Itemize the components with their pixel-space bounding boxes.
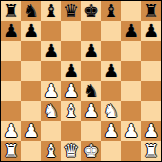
piece-white-pawn-e3: ♟ [83,101,99,121]
square-h8[interactable]: ♜ [141,1,161,21]
square-a4[interactable] [1,81,21,101]
square-c7[interactable] [41,21,61,41]
square-g6[interactable] [121,41,141,61]
square-b1[interactable] [21,141,41,161]
piece-black-pawn-c6: ♟ [43,41,59,61]
square-b3[interactable] [21,101,41,121]
square-d3[interactable]: ♝ [61,101,81,121]
square-c1[interactable]: ♝ [41,141,61,161]
square-f3[interactable]: ♞ [101,101,121,121]
square-f2[interactable]: ♟ [101,121,121,141]
square-g8[interactable] [121,1,141,21]
square-d8[interactable]: ♛ [61,1,81,21]
piece-black-pawn-b7: ♟ [23,21,39,41]
square-c8[interactable]: ♝ [41,1,61,21]
piece-black-knight-b8: ♞ [23,1,39,21]
square-d5[interactable]: ♟ [61,61,81,81]
piece-white-king-e1: ♚ [83,141,99,161]
square-d2[interactable] [61,121,81,141]
square-b4[interactable] [21,81,41,101]
square-b5[interactable] [21,61,41,81]
piece-white-pawn-h2: ♟ [143,121,159,141]
square-g2[interactable]: ♟ [121,121,141,141]
piece-white-pawn-f2: ♟ [103,121,119,141]
square-d1[interactable]: ♛ [61,141,81,161]
square-e5[interactable] [81,61,101,81]
square-c3[interactable]: ♞ [41,101,61,121]
piece-black-pawn-g7: ♟ [123,21,139,41]
square-a3[interactable] [1,101,21,121]
piece-black-bishop-c8: ♝ [43,1,59,21]
piece-white-pawn-g2: ♟ [123,121,139,141]
square-f4[interactable] [101,81,121,101]
piece-black-pawn-f5: ♟ [103,61,119,81]
piece-white-rook-h1: ♜ [143,141,159,161]
square-d4[interactable]: ♟ [61,81,81,101]
square-c2[interactable] [41,121,61,141]
square-a1[interactable]: ♜ [1,141,21,161]
square-h5[interactable] [141,61,161,81]
square-f6[interactable] [101,41,121,61]
square-g5[interactable] [121,61,141,81]
square-e8[interactable]: ♚ [81,1,101,21]
piece-white-pawn-b2: ♟ [23,121,39,141]
chess-board-frame: ♜♞♝♛♚♝♜♟♟♟♟♟♟♟♟♟♟♞♞♝♟♞♟♟♟♟♟♜♝♛♚♜ [0,0,162,162]
square-h2[interactable]: ♟ [141,121,161,141]
square-e4[interactable]: ♞ [81,81,101,101]
square-c4[interactable]: ♟ [41,81,61,101]
piece-black-pawn-d5: ♟ [63,61,79,81]
chess-board: ♜♞♝♛♚♝♜♟♟♟♟♟♟♟♟♟♟♞♞♝♟♞♟♟♟♟♟♜♝♛♚♜ [1,1,161,161]
piece-white-knight-f3: ♞ [103,101,119,121]
square-a7[interactable]: ♟ [1,21,21,41]
square-b6[interactable] [21,41,41,61]
piece-black-pawn-e6: ♟ [83,41,99,61]
piece-white-pawn-a2: ♟ [3,121,19,141]
square-h6[interactable] [141,41,161,61]
square-h3[interactable] [141,101,161,121]
piece-white-bishop-c1: ♝ [43,141,59,161]
piece-white-bishop-d3: ♝ [63,101,79,121]
square-h4[interactable] [141,81,161,101]
square-h7[interactable]: ♟ [141,21,161,41]
piece-white-pawn-c4: ♟ [43,81,59,101]
square-d6[interactable] [61,41,81,61]
piece-black-bishop-f8: ♝ [103,1,119,21]
piece-black-king-e8: ♚ [83,1,99,21]
square-a6[interactable] [1,41,21,61]
square-b8[interactable]: ♞ [21,1,41,21]
square-a8[interactable]: ♜ [1,1,21,21]
square-g4[interactable] [121,81,141,101]
square-e7[interactable] [81,21,101,41]
piece-white-rook-a1: ♜ [3,141,19,161]
piece-white-knight-c3: ♞ [43,101,59,121]
square-e3[interactable]: ♟ [81,101,101,121]
square-c6[interactable]: ♟ [41,41,61,61]
piece-black-pawn-h7: ♟ [143,21,159,41]
piece-black-rook-a8: ♜ [3,1,19,21]
square-a5[interactable] [1,61,21,81]
piece-white-queen-d1: ♛ [63,141,79,161]
piece-white-pawn-d4: ♟ [63,81,79,101]
square-f7[interactable] [101,21,121,41]
square-b2[interactable]: ♟ [21,121,41,141]
piece-black-rook-h8: ♜ [143,1,159,21]
square-f1[interactable] [101,141,121,161]
square-f5[interactable]: ♟ [101,61,121,81]
square-a2[interactable]: ♟ [1,121,21,141]
square-g1[interactable] [121,141,141,161]
piece-black-pawn-a7: ♟ [3,21,19,41]
square-h1[interactable]: ♜ [141,141,161,161]
square-f8[interactable]: ♝ [101,1,121,21]
square-e6[interactable]: ♟ [81,41,101,61]
piece-black-queen-d8: ♛ [63,1,79,21]
piece-black-knight-e4: ♞ [83,81,99,101]
square-b7[interactable]: ♟ [21,21,41,41]
square-g7[interactable]: ♟ [121,21,141,41]
square-g3[interactable] [121,101,141,121]
square-c5[interactable] [41,61,61,81]
square-e2[interactable] [81,121,101,141]
square-e1[interactable]: ♚ [81,141,101,161]
square-d7[interactable] [61,21,81,41]
